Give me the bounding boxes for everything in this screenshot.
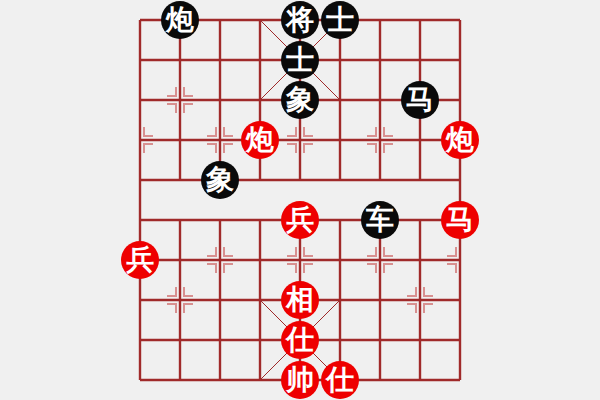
intersection [120,40,160,80]
intersection [200,360,240,400]
intersection [440,360,480,400]
intersection: 士 [320,0,360,40]
intersection [160,80,200,120]
piece-black-advisor[interactable]: 士 [321,1,359,39]
intersection [240,80,280,120]
intersection [440,40,480,80]
intersection: 兵 [120,240,160,280]
intersection [200,40,240,80]
intersection [320,240,360,280]
piece-red-soldier[interactable]: 兵 [281,201,319,239]
piece-red-advisor[interactable]: 仕 [321,361,359,399]
intersection [400,200,440,240]
intersection [200,320,240,360]
piece-red-elephant[interactable]: 相 [281,281,319,319]
intersection [320,40,360,80]
intersection [360,0,400,40]
intersection [400,280,440,320]
intersection [200,120,240,160]
intersection [400,360,440,400]
piece-black-general[interactable]: 将 [281,1,319,39]
piece-black-cannon[interactable]: 炮 [161,1,199,39]
intersection [240,320,280,360]
intersection [120,280,160,320]
intersection [240,280,280,320]
intersection [360,320,400,360]
intersection [440,0,480,40]
intersection [440,280,480,320]
intersection [400,320,440,360]
intersection [200,240,240,280]
intersection [120,0,160,40]
intersection [160,280,200,320]
intersection [360,160,400,200]
intersection [120,320,160,360]
intersection [360,120,400,160]
intersection: 帅 [280,360,320,400]
board-intersections: 炮将士士象马炮炮象兵车马兵相仕帅仕 [120,0,480,400]
intersection: 将 [280,0,320,40]
intersection: 相 [280,280,320,320]
intersection [440,320,480,360]
intersection [360,280,400,320]
piece-red-advisor[interactable]: 仕 [281,321,319,359]
intersection: 仕 [320,360,360,400]
intersection [240,0,280,40]
intersection: 象 [200,160,240,200]
intersection [240,40,280,80]
intersection [200,280,240,320]
piece-black-chariot[interactable]: 车 [361,201,399,239]
piece-red-horse[interactable]: 马 [441,201,479,239]
intersection [320,160,360,200]
intersection [440,160,480,200]
piece-red-cannon[interactable]: 炮 [241,121,279,159]
piece-black-advisor[interactable]: 士 [281,41,319,79]
intersection [320,120,360,160]
intersection [120,160,160,200]
xiangqi-board: 炮将士士象马炮炮象兵车马兵相仕帅仕 [0,0,600,400]
intersection [240,360,280,400]
piece-red-cannon[interactable]: 炮 [441,121,479,159]
intersection [160,240,200,280]
intersection [400,40,440,80]
intersection: 炮 [240,120,280,160]
intersection [160,320,200,360]
intersection: 仕 [280,320,320,360]
intersection [400,0,440,40]
intersection [160,200,200,240]
intersection [120,120,160,160]
intersection: 马 [440,200,480,240]
intersection [320,280,360,320]
intersection [160,360,200,400]
piece-red-general[interactable]: 帅 [281,361,319,399]
intersection [440,80,480,120]
intersection [160,40,200,80]
piece-black-elephant[interactable]: 象 [281,81,319,119]
intersection [200,200,240,240]
intersection [240,200,280,240]
intersection [360,80,400,120]
intersection [200,0,240,40]
intersection [280,240,320,280]
intersection [280,160,320,200]
intersection [120,360,160,400]
intersection [160,120,200,160]
intersection: 马 [400,80,440,120]
intersection [320,320,360,360]
intersection [400,240,440,280]
intersection: 兵 [280,200,320,240]
piece-black-elephant[interactable]: 象 [201,161,239,199]
intersection [360,40,400,80]
intersection [240,240,280,280]
intersection [320,80,360,120]
intersection [200,80,240,120]
intersection [320,200,360,240]
intersection: 象 [280,80,320,120]
intersection: 车 [360,200,400,240]
intersection [160,160,200,200]
intersection [240,160,280,200]
piece-black-horse[interactable]: 马 [401,81,439,119]
intersection: 炮 [160,0,200,40]
intersection: 士 [280,40,320,80]
intersection [360,240,400,280]
intersection [120,200,160,240]
piece-red-soldier[interactable]: 兵 [121,241,159,279]
intersection [120,80,160,120]
intersection: 炮 [440,120,480,160]
intersection [400,120,440,160]
intersection [360,360,400,400]
intersection [440,240,480,280]
intersection [280,120,320,160]
intersection [400,160,440,200]
